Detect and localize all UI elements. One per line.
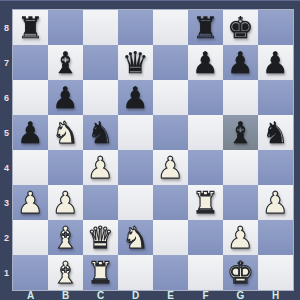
square-a1[interactable] xyxy=(13,255,48,290)
square-b4[interactable] xyxy=(48,150,83,185)
square-b3[interactable]: ♟ xyxy=(48,185,83,220)
square-c4[interactable]: ♟ xyxy=(83,150,118,185)
rank-label-3: 3 xyxy=(0,185,13,220)
square-e4[interactable]: ♟ xyxy=(153,150,188,185)
square-c8[interactable] xyxy=(83,10,118,45)
square-f7[interactable]: ♟ xyxy=(188,45,223,80)
square-g4[interactable] xyxy=(223,150,258,185)
square-e3[interactable] xyxy=(153,185,188,220)
square-g1[interactable]: ♚ xyxy=(223,255,258,290)
square-c1[interactable]: ♜ xyxy=(83,255,118,290)
square-f4[interactable] xyxy=(188,150,223,185)
black-rook[interactable]: ♜ xyxy=(188,10,223,45)
square-d1[interactable] xyxy=(118,255,153,290)
square-f6[interactable] xyxy=(188,80,223,115)
square-g2[interactable]: ♟ xyxy=(223,220,258,255)
white-pawn[interactable]: ♟ xyxy=(83,150,118,185)
square-h1[interactable] xyxy=(258,255,293,290)
square-h6[interactable] xyxy=(258,80,293,115)
black-pawn[interactable]: ♟ xyxy=(223,45,258,80)
white-bishop[interactable]: ♝ xyxy=(48,220,83,255)
square-d2[interactable]: ♞ xyxy=(118,220,153,255)
white-queen[interactable]: ♛ xyxy=(83,220,118,255)
square-g5[interactable]: ♝ xyxy=(223,115,258,150)
square-a2[interactable] xyxy=(13,220,48,255)
square-c6[interactable] xyxy=(83,80,118,115)
black-rook[interactable]: ♜ xyxy=(13,10,48,45)
square-f5[interactable] xyxy=(188,115,223,150)
square-e7[interactable] xyxy=(153,45,188,80)
square-f3[interactable]: ♜ xyxy=(188,185,223,220)
square-h5[interactable]: ♞ xyxy=(258,115,293,150)
black-knight[interactable]: ♞ xyxy=(258,115,293,150)
rank-label-7: 7 xyxy=(0,45,13,80)
black-queen[interactable]: ♛ xyxy=(118,45,153,80)
square-f2[interactable] xyxy=(188,220,223,255)
chess-board-frame: ♜♜♚♝♛♟♟♟♟♟♟♞♞♝♞♟♟♟♟♜♟♝♛♞♟♝♜♚ 87654321 AB… xyxy=(0,0,300,300)
square-d6[interactable]: ♟ xyxy=(118,80,153,115)
square-d4[interactable] xyxy=(118,150,153,185)
file-label-f: F xyxy=(188,290,223,300)
square-a7[interactable] xyxy=(13,45,48,80)
square-f8[interactable]: ♜ xyxy=(188,10,223,45)
white-rook[interactable]: ♜ xyxy=(83,255,118,290)
square-e5[interactable] xyxy=(153,115,188,150)
white-knight[interactable]: ♞ xyxy=(118,220,153,255)
white-pawn[interactable]: ♟ xyxy=(153,150,188,185)
file-label-b: B xyxy=(48,290,83,300)
rank-label-5: 5 xyxy=(0,115,13,150)
square-h7[interactable]: ♟ xyxy=(258,45,293,80)
white-pawn[interactable]: ♟ xyxy=(48,185,83,220)
square-c3[interactable] xyxy=(83,185,118,220)
chess-board: ♜♜♚♝♛♟♟♟♟♟♟♞♞♝♞♟♟♟♟♜♟♝♛♞♟♝♜♚ xyxy=(13,10,293,290)
file-label-h: H xyxy=(258,290,293,300)
square-c5[interactable]: ♞ xyxy=(83,115,118,150)
white-rook[interactable]: ♜ xyxy=(188,185,223,220)
square-b5[interactable]: ♞ xyxy=(48,115,83,150)
file-label-a: A xyxy=(13,290,48,300)
square-a5[interactable]: ♟ xyxy=(13,115,48,150)
file-label-e: E xyxy=(153,290,188,300)
black-pawn[interactable]: ♟ xyxy=(13,115,48,150)
white-pawn[interactable]: ♟ xyxy=(258,185,293,220)
black-pawn[interactable]: ♟ xyxy=(48,80,83,115)
square-b7[interactable]: ♝ xyxy=(48,45,83,80)
black-pawn[interactable]: ♟ xyxy=(258,45,293,80)
square-h8[interactable] xyxy=(258,10,293,45)
square-f1[interactable] xyxy=(188,255,223,290)
black-pawn[interactable]: ♟ xyxy=(118,80,153,115)
square-c7[interactable] xyxy=(83,45,118,80)
square-a8[interactable]: ♜ xyxy=(13,10,48,45)
rank-label-8: 8 xyxy=(0,10,13,45)
square-b1[interactable]: ♝ xyxy=(48,255,83,290)
rank-label-1: 1 xyxy=(0,255,13,290)
square-h3[interactable]: ♟ xyxy=(258,185,293,220)
square-b6[interactable]: ♟ xyxy=(48,80,83,115)
square-g3[interactable] xyxy=(223,185,258,220)
black-king[interactable]: ♚ xyxy=(223,10,258,45)
square-e2[interactable] xyxy=(153,220,188,255)
square-g7[interactable]: ♟ xyxy=(223,45,258,80)
square-e6[interactable] xyxy=(153,80,188,115)
square-d3[interactable] xyxy=(118,185,153,220)
file-label-c: C xyxy=(83,290,118,300)
square-b2[interactable]: ♝ xyxy=(48,220,83,255)
square-g8[interactable]: ♚ xyxy=(223,10,258,45)
black-bishop[interactable]: ♝ xyxy=(48,45,83,80)
file-label-g: G xyxy=(223,290,258,300)
rank-label-4: 4 xyxy=(0,150,13,185)
white-pawn[interactable]: ♟ xyxy=(223,220,258,255)
square-h2[interactable] xyxy=(258,220,293,255)
square-d5[interactable] xyxy=(118,115,153,150)
square-a6[interactable] xyxy=(13,80,48,115)
black-knight[interactable]: ♞ xyxy=(83,115,118,150)
white-king[interactable]: ♚ xyxy=(223,255,258,290)
black-bishop[interactable]: ♝ xyxy=(223,115,258,150)
rank-label-6: 6 xyxy=(0,80,13,115)
white-bishop[interactable]: ♝ xyxy=(48,255,83,290)
square-a3[interactable]: ♟ xyxy=(13,185,48,220)
white-knight[interactable]: ♞ xyxy=(48,115,83,150)
square-e1[interactable] xyxy=(153,255,188,290)
rank-label-2: 2 xyxy=(0,220,13,255)
square-a4[interactable] xyxy=(13,150,48,185)
square-d8[interactable] xyxy=(118,10,153,45)
square-g6[interactable] xyxy=(223,80,258,115)
white-pawn[interactable]: ♟ xyxy=(13,185,48,220)
square-b8[interactable] xyxy=(48,10,83,45)
black-pawn[interactable]: ♟ xyxy=(188,45,223,80)
file-label-d: D xyxy=(118,290,153,300)
square-d7[interactable]: ♛ xyxy=(118,45,153,80)
square-c2[interactable]: ♛ xyxy=(83,220,118,255)
square-h4[interactable] xyxy=(258,150,293,185)
square-e8[interactable] xyxy=(153,10,188,45)
